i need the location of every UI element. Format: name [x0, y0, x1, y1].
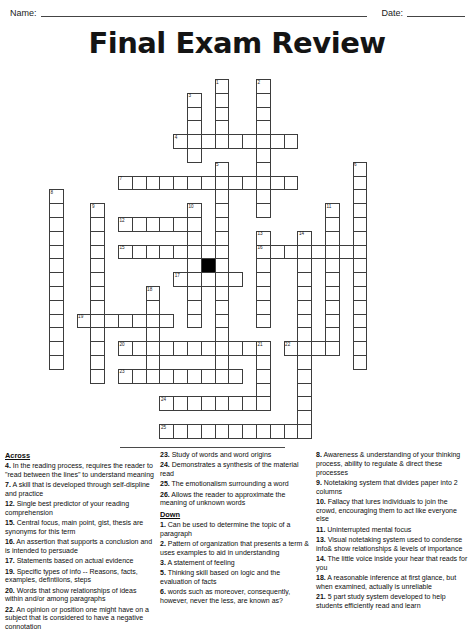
clues-header-down: Down	[160, 510, 311, 519]
grid-cell[interactable]	[297, 383, 312, 398]
grid-cell[interactable]: 2	[256, 79, 271, 94]
grid-cell[interactable]	[90, 286, 105, 301]
grid-cell[interactable]	[353, 327, 368, 342]
grid-cell[interactable]: 4	[173, 134, 188, 149]
grid-cell[interactable]	[49, 300, 64, 315]
grid-cell[interactable]	[311, 341, 326, 356]
grid-cell[interactable]	[256, 134, 271, 149]
cutoff-row-line	[120, 447, 285, 448]
grid-cell[interactable]	[256, 189, 271, 204]
page-title: Final Exam Review	[0, 26, 474, 60]
grid-cell[interactable]	[325, 341, 340, 356]
grid-cell[interactable]	[215, 120, 230, 135]
crossword-grid: 1234567891011121314151617181920212223242…	[49, 79, 371, 439]
grid-cell[interactable]	[256, 107, 271, 122]
date-blank-line[interactable]	[407, 6, 465, 17]
clue: 2. Pattern of organization that presents…	[160, 540, 311, 558]
clue: 10. Fallacy that lures individuals to jo…	[316, 498, 470, 524]
grid-cell[interactable]	[173, 396, 188, 411]
clue: 22. An opinion or position one might hav…	[5, 606, 155, 629]
grid-cell[interactable]	[187, 148, 202, 163]
grid-cell[interactable]	[90, 355, 105, 370]
grid-cell[interactable]	[353, 314, 368, 329]
grid-cell[interactable]	[146, 355, 161, 370]
clue-number: 17	[175, 273, 180, 278]
grid-cell[interactable]	[297, 258, 312, 273]
clue-number: 22	[285, 342, 290, 347]
grid-cell[interactable]	[173, 341, 188, 356]
clue-number-label: 9.	[316, 479, 322, 486]
grid-cell[interactable]	[256, 162, 271, 177]
grid-cell[interactable]	[215, 327, 230, 342]
grid-cell[interactable]	[146, 217, 161, 232]
grid-cell[interactable]: 18	[146, 286, 161, 301]
clue-number: 21	[258, 342, 263, 347]
clue-number: 10	[189, 204, 194, 209]
grid-cell[interactable]	[201, 245, 216, 260]
grid-cell[interactable]: 3	[187, 93, 202, 108]
grid-cell[interactable]	[201, 396, 216, 411]
name-blank-line[interactable]	[41, 6, 368, 17]
grid-cell[interactable]	[284, 134, 299, 149]
grid-cell[interactable]	[256, 286, 271, 301]
grid-cell[interactable]	[187, 120, 202, 135]
grid-cell[interactable]	[256, 396, 271, 411]
grid-cell[interactable]	[187, 286, 202, 301]
clue-number-label: 6.	[160, 588, 166, 595]
grid-cell[interactable]	[228, 424, 243, 439]
blocked-cell	[201, 258, 216, 273]
grid-cell[interactable]	[256, 93, 271, 108]
clue-number-label: 4.	[5, 462, 11, 469]
clue: 20. Words that show relationships of ide…	[5, 587, 155, 605]
clue-number: 1	[216, 80, 219, 85]
clue: 17. Statements based on actual evidence	[5, 557, 155, 566]
grid-cell[interactable]	[284, 176, 299, 191]
grid-cell[interactable]	[297, 410, 312, 425]
grid-cell[interactable]	[187, 341, 202, 356]
clue-number: 7	[120, 176, 123, 181]
grid-cell[interactable]	[187, 424, 202, 439]
grid-cell[interactable]	[173, 369, 188, 384]
clue-number: 20	[120, 342, 125, 347]
clue-number-label: 26.	[160, 491, 170, 498]
grid-cell[interactable]	[201, 424, 216, 439]
grid-cell[interactable]	[146, 245, 161, 260]
grid-cell[interactable]	[215, 245, 230, 260]
name-label: Name:	[10, 8, 37, 18]
grid-cell[interactable]	[228, 176, 243, 191]
grid-cell[interactable]: 19	[77, 314, 92, 329]
grid-cell[interactable]	[49, 258, 64, 273]
grid-cell[interactable]: 9	[90, 203, 105, 218]
grid-cell[interactable]	[90, 341, 105, 356]
grid-cell[interactable]	[215, 203, 230, 218]
grid-cell[interactable]	[297, 300, 312, 315]
grid-cell[interactable]	[159, 369, 174, 384]
grid-cell[interactable]	[104, 314, 119, 329]
grid-cell[interactable]: 11	[325, 203, 340, 218]
grid-cell[interactable]	[297, 369, 312, 384]
grid-cell[interactable]	[159, 341, 174, 356]
grid-cell[interactable]	[187, 134, 202, 149]
clue-number-label: 25.	[160, 480, 170, 487]
grid-cell[interactable]	[146, 176, 161, 191]
clue-number-label: 15.	[5, 519, 15, 526]
clue-number: 14	[299, 231, 304, 236]
grid-cell[interactable]	[187, 396, 202, 411]
clue-number: 12	[120, 218, 125, 223]
clue: 15. Central focus, main point, gist, the…	[5, 519, 155, 537]
grid-cell[interactable]	[256, 203, 271, 218]
clue: 8. Awareness & understanding of your thi…	[316, 451, 470, 477]
grid-cell[interactable]	[228, 369, 243, 384]
grid-cell[interactable]	[353, 176, 368, 191]
grid-cell[interactable]: 24	[159, 396, 174, 411]
grid-cell[interactable]	[297, 355, 312, 370]
grid-cell[interactable]	[242, 424, 257, 439]
grid-cell[interactable]: 21	[256, 341, 271, 356]
clue: 24. Demonstrates a synthesis of the mate…	[160, 461, 311, 479]
grid-cell[interactable]: 14	[297, 231, 312, 246]
grid-cell[interactable]	[256, 424, 271, 439]
worksheet-page: Name: Date: Final Exam Review 1234567891…	[0, 0, 474, 629]
grid-cell[interactable]	[146, 341, 161, 356]
grid-cell[interactable]	[132, 217, 147, 232]
clue-number: 9	[92, 204, 95, 209]
grid-cell[interactable]	[49, 217, 64, 232]
grid-cell[interactable]	[256, 355, 271, 370]
grid-cell[interactable]	[256, 314, 271, 329]
clue-number: 15	[120, 245, 125, 250]
clue-number-label: 7.	[5, 481, 11, 488]
grid-cell[interactable]	[49, 355, 64, 370]
grid-cell[interactable]: 15	[118, 245, 133, 260]
clue-number: 16	[258, 245, 263, 250]
grid-cell[interactable]	[132, 245, 147, 260]
grid-cell[interactable]	[242, 396, 257, 411]
grid-cell[interactable]	[215, 272, 230, 287]
grid-cell[interactable]	[159, 217, 174, 232]
grid-cell[interactable]	[187, 245, 202, 260]
clue: 6. words such as moreover, consequently,…	[160, 588, 311, 606]
clue-number: 5	[216, 162, 219, 167]
clue-number-label: 8.	[316, 451, 322, 458]
clue: 11. Uninterrupted mental focus	[316, 526, 470, 535]
grid-cell[interactable]	[325, 300, 340, 315]
grid-cell[interactable]	[215, 424, 230, 439]
grid-cell[interactable]	[215, 369, 230, 384]
grid-cell[interactable]	[187, 176, 202, 191]
clue-number-label: 1.	[160, 521, 166, 528]
grid-cell[interactable]	[118, 314, 133, 329]
grid-cell[interactable]	[90, 327, 105, 342]
grid-cell[interactable]	[90, 272, 105, 287]
grid-cell[interactable]	[256, 272, 271, 287]
grid-cell[interactable]	[353, 286, 368, 301]
grid-cell[interactable]	[173, 217, 188, 232]
grid-cell[interactable]	[146, 327, 161, 342]
grid-cell[interactable]: 10	[187, 203, 202, 218]
grid-cell[interactable]	[353, 272, 368, 287]
grid-cell[interactable]	[201, 341, 216, 356]
grid-cell[interactable]	[215, 355, 230, 370]
grid-cell[interactable]	[187, 231, 202, 246]
grid-cell[interactable]: 13	[256, 231, 271, 246]
grid-cell[interactable]	[297, 245, 312, 260]
grid-cell[interactable]: 5	[215, 162, 230, 177]
grid-cell[interactable]	[311, 245, 326, 260]
grid-cell[interactable]	[132, 314, 147, 329]
grid-cell[interactable]	[90, 314, 105, 329]
clue-column-3: 8. Awareness & understanding of your thi…	[316, 451, 470, 612]
clue-number: 6	[354, 162, 357, 167]
grid-cell[interactable]	[215, 189, 230, 204]
clue-number-label: 23.	[160, 451, 170, 458]
clue-number: 3	[189, 93, 192, 98]
grid-cell[interactable]	[49, 341, 64, 356]
clue: 4. In the reading process, requires the …	[5, 462, 155, 480]
grid-cell[interactable]	[228, 272, 243, 287]
clue-number-label: 13.	[316, 536, 326, 543]
clue: 14. The little voice inside your hear th…	[316, 555, 470, 573]
clue-number-label: 19.	[5, 568, 15, 575]
grid-cell[interactable]	[325, 327, 340, 342]
grid-cell[interactable]	[325, 245, 340, 260]
clue-number: 4	[175, 135, 178, 140]
grid-cell[interactable]	[228, 134, 243, 149]
clue-number-label: 5.	[160, 569, 166, 576]
grid-cell[interactable]	[201, 134, 216, 149]
grid-cell[interactable]	[146, 300, 161, 315]
clue-number: 24	[161, 397, 166, 402]
grid-cell[interactable]	[201, 176, 216, 191]
grid-cell[interactable]	[270, 424, 285, 439]
grid-cell[interactable]	[256, 176, 271, 191]
clue: 25. The emotionalism surrounding a word	[160, 480, 311, 489]
grid-cell[interactable]	[325, 286, 340, 301]
grid-cell[interactable]	[353, 355, 368, 370]
clue: 7. A skill that is developed through sel…	[5, 481, 155, 499]
grid-cell[interactable]	[90, 217, 105, 232]
grid-cell[interactable]	[187, 272, 202, 287]
clue-number: 11	[327, 204, 332, 209]
grid-cell[interactable]	[132, 369, 147, 384]
grid-cell[interactable]	[49, 327, 64, 342]
grid-cell[interactable]	[256, 258, 271, 273]
grid-cell[interactable]	[270, 245, 285, 260]
grid-cell[interactable]	[270, 134, 285, 149]
grid-cell[interactable]	[256, 148, 271, 163]
grid-cell[interactable]	[353, 217, 368, 232]
grid-cell[interactable]	[353, 300, 368, 315]
grid-cell[interactable]	[297, 341, 312, 356]
grid-cell[interactable]	[49, 314, 64, 329]
grid-cell[interactable]	[284, 424, 299, 439]
grid-cell[interactable]	[132, 176, 147, 191]
grid-cell[interactable]	[159, 245, 174, 260]
clue: 5. Thinking skill based on logic and the…	[160, 569, 311, 587]
grid-cell[interactable]	[201, 272, 216, 287]
clue-number-label: 16.	[5, 538, 15, 545]
grid-cell[interactable]	[256, 120, 271, 135]
grid-cell[interactable]	[353, 341, 368, 356]
grid-cell[interactable]: 1	[215, 79, 230, 94]
grid-cell[interactable]	[49, 272, 64, 287]
grid-cell[interactable]	[353, 203, 368, 218]
grid-cell[interactable]	[173, 176, 188, 191]
grid-cell[interactable]	[297, 314, 312, 329]
grid-cell[interactable]	[49, 231, 64, 246]
grid-cell[interactable]	[325, 231, 340, 246]
grid-cell[interactable]	[228, 341, 243, 356]
grid-cell[interactable]	[215, 93, 230, 108]
grid-cell[interactable]: 25	[159, 424, 174, 439]
clue-number-label: 20.	[5, 587, 15, 594]
clue: 23. Study of words and word origins	[160, 451, 311, 460]
grid-cell[interactable]	[187, 314, 202, 329]
grid-cell[interactable]	[159, 314, 174, 329]
grid-cell[interactable]	[187, 369, 202, 384]
grid-cell[interactable]	[242, 341, 257, 356]
grid-cell[interactable]	[187, 217, 202, 232]
clue: 12. Single best predictor of your readin…	[5, 500, 155, 518]
clue: 18. A reasonable inference at first glan…	[316, 574, 470, 592]
clue-number-label: 18.	[316, 574, 326, 581]
grid-cell[interactable]	[215, 286, 230, 301]
grid-cell[interactable]	[297, 272, 312, 287]
name-date-row: Name: Date:	[10, 6, 465, 18]
grid-cell[interactable]	[256, 300, 271, 315]
grid-cell[interactable]	[215, 217, 230, 232]
clue-number: 23	[120, 369, 125, 374]
grid-cell[interactable]	[215, 314, 230, 329]
grid-cell[interactable]	[325, 272, 340, 287]
grid-cell[interactable]	[297, 424, 312, 439]
grid-cell[interactable]	[270, 176, 285, 191]
clues-header-across: Across	[5, 451, 155, 460]
clue-number-label: 3.	[160, 559, 166, 566]
clue-number: 13	[258, 231, 263, 236]
grid-cell[interactable]	[187, 258, 202, 273]
grid-cell[interactable]	[256, 369, 271, 384]
grid-cell[interactable]	[297, 396, 312, 411]
grid-cell[interactable]	[297, 327, 312, 342]
clue-column-1: Across4. In the reading process, require…	[5, 451, 155, 629]
grid-cell[interactable]: 20	[118, 341, 133, 356]
clue-number-label: 12.	[5, 500, 15, 507]
grid-cell[interactable]	[339, 245, 354, 260]
grid-cell[interactable]	[353, 189, 368, 204]
clue: 19. Specific types of info -- Reasons, f…	[5, 568, 155, 586]
grid-cell[interactable]	[90, 258, 105, 273]
grid-cell[interactable]	[325, 217, 340, 232]
grid-cell[interactable]	[146, 369, 161, 384]
grid-cell[interactable]	[187, 300, 202, 315]
clue-number-label: 17.	[5, 557, 15, 564]
clue-number-label: 10.	[316, 498, 326, 505]
grid-cell[interactable]	[49, 203, 64, 218]
grid-cell[interactable]: 16	[256, 245, 271, 260]
grid-cell[interactable]	[90, 245, 105, 260]
grid-cell[interactable]	[90, 300, 105, 315]
grid-cell[interactable]	[242, 134, 257, 149]
grid-cell[interactable]	[201, 369, 216, 384]
clue-number: 18	[147, 287, 152, 292]
clue: 21. 5 part study system developed to hel…	[316, 593, 470, 611]
clue-number-label: 21.	[316, 593, 326, 600]
clue: 3. A statement of feeling	[160, 559, 311, 568]
grid-cell[interactable]: 6	[353, 162, 368, 177]
clue-number: 19	[78, 314, 83, 319]
clue-number-label: 2.	[160, 540, 166, 547]
grid-cell[interactable]: 22	[284, 341, 299, 356]
grid-cell[interactable]	[90, 369, 105, 384]
grid-cell[interactable]: 7	[118, 176, 133, 191]
clue-number: 8	[51, 190, 54, 195]
grid-cell[interactable]	[49, 286, 64, 301]
grid-cell[interactable]	[146, 314, 161, 329]
grid-cell[interactable]	[187, 107, 202, 122]
grid-cell[interactable]	[256, 383, 271, 398]
clue-number-label: 22.	[5, 606, 15, 613]
grid-cell[interactable]	[242, 176, 257, 191]
grid-cell[interactable]	[215, 396, 230, 411]
clue: 9. Notetaking system that divides paper …	[316, 479, 470, 497]
grid-cell[interactable]	[215, 258, 230, 273]
grid-cell[interactable]	[297, 286, 312, 301]
grid-cell[interactable]	[325, 258, 340, 273]
clue-number: 2	[258, 80, 261, 85]
grid-cell[interactable]: 12	[118, 217, 133, 232]
grid-cell[interactable]	[353, 231, 368, 246]
grid-cell[interactable]	[215, 300, 230, 315]
grid-cell[interactable]	[215, 231, 230, 246]
grid-cell[interactable]	[173, 424, 188, 439]
clue-number-label: 14.	[316, 555, 326, 562]
grid-cell[interactable]	[132, 341, 147, 356]
grid-cell[interactable]	[215, 176, 230, 191]
grid-cell[interactable]	[353, 245, 368, 260]
grid-cell[interactable]	[215, 341, 230, 356]
clue-number: 25	[161, 425, 166, 430]
clue-column-2: 23. Study of words and word origins24. D…	[160, 451, 311, 607]
grid-cell[interactable]	[325, 314, 340, 329]
grid-cell[interactable]	[353, 258, 368, 273]
clue: 1. Can be used to determine the topic of…	[160, 521, 311, 539]
clue: 13. Visual notetaking system used to con…	[316, 536, 470, 554]
grid-cell[interactable]	[49, 245, 64, 260]
grid-cell[interactable]: 8	[49, 189, 64, 204]
clue: 16. An assertion that supports a conclus…	[5, 538, 155, 556]
grid-cell[interactable]: 23	[118, 369, 133, 384]
grid-cell[interactable]	[159, 176, 174, 191]
grid-cell[interactable]	[215, 134, 230, 149]
clue-number-label: 24.	[160, 461, 170, 468]
clue-number-label: 11.	[316, 526, 325, 533]
grid-cell[interactable]	[90, 231, 105, 246]
clue: 26. Allows the reader to approximate the…	[160, 491, 311, 509]
grid-cell[interactable]	[173, 245, 188, 260]
date-label: Date:	[381, 8, 403, 18]
grid-cell[interactable]	[215, 107, 230, 122]
grid-cell[interactable]	[284, 245, 299, 260]
grid-cell[interactable]	[228, 396, 243, 411]
grid-cell[interactable]: 17	[173, 272, 188, 287]
